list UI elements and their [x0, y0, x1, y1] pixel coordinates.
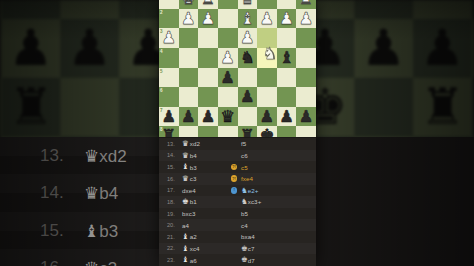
background-move-text: ♝b3: [84, 221, 118, 242]
move-row[interactable]: 13.♛xd2f5: [159, 138, 316, 150]
move-number: 19.: [159, 211, 182, 217]
move-piece-icon: ♛: [182, 140, 189, 148]
move-row[interactable]: 14.♛b4c6: [159, 150, 316, 162]
move-quality-slot: ?!: [231, 175, 241, 181]
board-square[interactable]: [218, 28, 238, 48]
move-text: xc4: [190, 245, 200, 252]
white-move[interactable]: ♛xd2: [182, 140, 231, 148]
background-black-rook: ♜: [2, 78, 61, 137]
move-text: b1: [190, 198, 197, 205]
move-number: 18.: [159, 199, 182, 205]
move-text: d7: [248, 257, 255, 264]
background-move-text: ♛c3: [84, 258, 117, 266]
background-black-king: ♚: [316, 78, 354, 137]
board-square[interactable]: [257, 68, 277, 88]
board-square[interactable]: [179, 48, 199, 68]
black-rook[interactable]: ♜: [159, 126, 179, 137]
board-square[interactable]: [198, 126, 218, 137]
white-pawn[interactable]: ♟: [218, 48, 238, 68]
background-black-pawn: ♟: [119, 19, 159, 78]
board-square[interactable]: [277, 126, 297, 137]
black-king[interactable]: ♚: [257, 126, 277, 137]
white-move[interactable]: ♝a2: [182, 233, 231, 241]
board-square[interactable]: [238, 68, 258, 88]
move-text: c5: [241, 164, 248, 171]
white-rook[interactable]: ♜: [198, 0, 218, 9]
board-square[interactable]: [296, 28, 316, 48]
white-rook[interactable]: ♜: [296, 0, 316, 9]
video-frame: ♟♟♟♜ 13.♛xd214.♛b415.♝b316.♛c3 ♟♟♟♚♜ 123…: [0, 0, 474, 266]
move-quality-slot: !: [231, 187, 241, 193]
white-move[interactable]: ♚b1: [182, 198, 231, 206]
move-row[interactable]: 18.♚b1♞xc3+: [159, 196, 316, 208]
move-row[interactable]: 15.♝b3?!c5: [159, 161, 316, 173]
background-black-pawn: ♟: [316, 19, 354, 78]
black-pawn[interactable]: ♟: [238, 87, 258, 107]
board-square[interactable]: [179, 28, 199, 48]
black-move[interactable]: ♞xc3+: [231, 198, 316, 206]
black-pawn[interactable]: ♟: [179, 107, 199, 127]
background-move-piece-icon: ♛: [84, 183, 99, 203]
black-move[interactable]: b5: [231, 210, 316, 217]
board-square[interactable]: [218, 126, 238, 137]
board-square[interactable]: [296, 68, 316, 88]
move-piece-icon: ♚: [241, 256, 248, 264]
board-square[interactable]: 4: [159, 48, 179, 68]
black-move[interactable]: ?!c5: [231, 164, 316, 171]
background-board-right: ♟♟♟♚♜: [316, 0, 474, 140]
background-move-number: 16.: [40, 258, 64, 266]
background-move-piece-icon: ♛: [84, 146, 99, 166]
move-text: c4: [241, 222, 248, 229]
black-pawn[interactable]: ♟: [257, 107, 277, 127]
move-row[interactable]: 23.♝a6♚d7: [159, 254, 316, 266]
board-square[interactable]: [296, 126, 316, 137]
move-piece-icon: ♚: [241, 245, 248, 253]
board-square[interactable]: [296, 48, 316, 68]
background-move-piece-icon: ♛: [84, 258, 99, 266]
black-move[interactable]: c4: [231, 222, 316, 229]
board-square[interactable]: [257, 0, 277, 9]
black-move[interactable]: c6: [231, 152, 316, 159]
move-piece-icon: ♝: [182, 245, 189, 253]
move-number: 20.: [159, 222, 182, 228]
move-row[interactable]: 16.♛c3?!fxe4: [159, 173, 316, 185]
board-square[interactable]: [218, 0, 238, 9]
move-quality-slot: ?!: [231, 164, 241, 170]
background-right-strip: ♟♟♟♚♜: [316, 0, 474, 266]
black-rook[interactable]: ♜: [238, 126, 258, 137]
move-piece-icon: ♝: [182, 256, 189, 264]
board-square[interactable]: [198, 28, 218, 48]
board-square[interactable]: 5: [159, 68, 179, 88]
rank-label: 6: [160, 88, 163, 93]
board-square[interactable]: [198, 48, 218, 68]
move-piece-icon: ♞: [241, 198, 248, 206]
background-black-pawn: ♟: [2, 19, 61, 78]
black-move[interactable]: !♞e2+: [231, 187, 316, 195]
move-number: 23.: [159, 257, 182, 263]
inaccuracy-icon: ?!: [231, 175, 237, 181]
move-row[interactable]: 21.♝a2bxa4: [159, 231, 316, 243]
black-pawn[interactable]: ♟: [277, 107, 297, 127]
move-piece-icon: ♝: [182, 163, 189, 171]
move-number: 17.: [159, 187, 182, 193]
board-square[interactable]: [179, 87, 199, 107]
white-pawn[interactable]: ♟: [296, 9, 316, 29]
background-left-strip: ♟♟♟♜ 13.♛xd214.♛b415.♝b316.♛c3: [0, 0, 159, 266]
black-queen[interactable]: ♛: [218, 107, 238, 127]
background-move-list-right: [316, 137, 474, 266]
white-move[interactable]: ♛b4: [182, 152, 231, 160]
board-square[interactable]: [198, 87, 218, 107]
background-move-text: ♛b4: [84, 183, 118, 204]
black-pawn[interactable]: ♟: [159, 107, 179, 127]
move-number: 16.: [159, 176, 182, 182]
move-text: xd2: [190, 140, 200, 147]
move-piece-icon: ♞: [241, 187, 248, 195]
board-grid[interactable]: 12345678♚♜♛♜♟♟♝♟♟♟♟♟♟♞♞♝♟♟♟♟♟♛♟♟♟♜♜♚: [159, 0, 316, 137]
background-move-number: 14.: [40, 183, 64, 203]
move-text: a4: [182, 222, 189, 229]
black-move[interactable]: ♚d7: [231, 256, 316, 264]
white-pawn[interactable]: ♟: [179, 9, 199, 29]
move-text: dxe4: [182, 187, 196, 194]
move-text: b3: [190, 164, 197, 171]
white-pawn[interactable]: ♟: [257, 9, 277, 29]
move-row[interactable]: 22.♝xc4♚c7: [159, 243, 316, 255]
move-text: f5: [241, 140, 246, 147]
move-text: e2+: [248, 187, 259, 194]
background-black-pawn: ♟: [413, 19, 472, 78]
inaccuracy-icon: ?!: [231, 164, 237, 170]
move-row[interactable]: 19.bxc3b5: [159, 208, 316, 220]
move-row[interactable]: 20.a4c4: [159, 219, 316, 231]
chess-board[interactable]: 12345678♚♜♛♜♟♟♝♟♟♟♟♟♟♞♞♝♟♟♟♟♟♛♟♟♟♜♜♚: [159, 0, 316, 137]
white-move[interactable]: ♝xc4: [182, 245, 231, 253]
move-text: b5: [241, 210, 248, 217]
board-square[interactable]: [179, 68, 199, 88]
board-square[interactable]: [238, 107, 258, 127]
background-black-pawn: ♟: [60, 19, 119, 78]
background-move-list: 13.♛xd214.♛b415.♝b316.♛c3: [0, 137, 159, 266]
move-text: b4: [190, 152, 197, 159]
black-pawn[interactable]: ♟: [198, 107, 218, 127]
move-text: fxe4: [241, 175, 253, 182]
move-number: 13.: [159, 141, 182, 147]
white-pawn[interactable]: ♟: [238, 28, 258, 48]
white-move[interactable]: ♛c3: [182, 175, 231, 183]
white-queen[interactable]: ♛: [238, 0, 258, 9]
white-move[interactable]: a4: [182, 222, 231, 229]
move-piece-icon: ♝: [182, 233, 189, 241]
black-bishop[interactable]: ♝: [277, 48, 297, 68]
move-text: a2: [190, 233, 197, 240]
black-knight[interactable]: ♞: [238, 48, 258, 68]
move-text: xc3+: [248, 198, 262, 205]
board-square[interactable]: [218, 87, 238, 107]
white-move[interactable]: ♝a6: [182, 256, 231, 264]
white-pawn[interactable]: ♟: [198, 9, 218, 29]
black-move[interactable]: ?!fxe4: [231, 175, 316, 182]
move-number: 15.: [159, 164, 182, 170]
board-square[interactable]: [277, 87, 297, 107]
great-icon: !: [231, 187, 237, 193]
background-move-piece-icon: ♝: [84, 221, 99, 241]
analysis-panel: 12345678♚♜♛♜♟♟♝♟♟♟♟♟♟♞♞♝♟♟♟♟♟♛♟♟♟♜♜♚ 13.…: [159, 0, 316, 266]
background-black-pawn: ♟: [354, 19, 413, 78]
board-square[interactable]: 1: [159, 0, 179, 9]
board-square[interactable]: [277, 0, 297, 9]
board-square[interactable]: [179, 126, 199, 137]
move-text: bxc3: [182, 210, 195, 217]
move-number: 14.: [159, 152, 182, 158]
board-square[interactable]: [198, 68, 218, 88]
move-text: c7: [248, 245, 255, 252]
background-black-rook: ♜: [413, 78, 472, 137]
white-king[interactable]: ♚: [179, 0, 199, 9]
white-bishop[interactable]: ♝: [238, 9, 258, 29]
board-square[interactable]: [257, 87, 277, 107]
board-square[interactable]: [296, 87, 316, 107]
black-pawn[interactable]: ♟: [296, 107, 316, 127]
background-board-left: ♟♟♟♜: [0, 0, 159, 140]
board-square[interactable]: 2: [159, 9, 179, 29]
board-square[interactable]: [218, 9, 238, 29]
move-list[interactable]: 13.♛xd2f514.♛b4c615.♝b3?!c516.♛c3?!fxe41…: [159, 137, 316, 266]
move-text: a6: [190, 257, 197, 264]
white-pawn[interactable]: ♟: [277, 9, 297, 29]
move-piece-icon: ♛: [182, 175, 189, 183]
move-text: bxa4: [241, 233, 255, 240]
black-move[interactable]: bxa4: [231, 233, 316, 240]
white-move[interactable]: ♝b3: [182, 163, 231, 171]
white-pawn[interactable]: ♟: [159, 28, 179, 48]
black-move[interactable]: f5: [231, 140, 316, 147]
board-square[interactable]: 6: [159, 87, 179, 107]
move-row[interactable]: 17.dxe4!♞e2+: [159, 185, 316, 197]
white-move[interactable]: bxc3: [182, 210, 231, 217]
background-move-number: 13.: [40, 146, 64, 166]
rank-label: 5: [160, 69, 163, 74]
black-pawn[interactable]: ♟: [218, 68, 238, 88]
move-text: c6: [241, 152, 248, 159]
move-number: 21.: [159, 234, 182, 240]
background-move-text: ♛xd2: [84, 146, 127, 167]
move-number: 22.: [159, 245, 182, 251]
black-move[interactable]: ♚c7: [231, 245, 316, 253]
white-move[interactable]: dxe4: [182, 187, 231, 194]
move-piece-icon: ♛: [182, 152, 189, 160]
background-move-number: 15.: [40, 221, 64, 241]
board-square[interactable]: [277, 68, 297, 88]
move-text: c3: [190, 175, 197, 182]
rank-label: 4: [160, 49, 163, 54]
rank-label: 2: [160, 10, 163, 15]
move-piece-icon: ♚: [182, 198, 189, 206]
